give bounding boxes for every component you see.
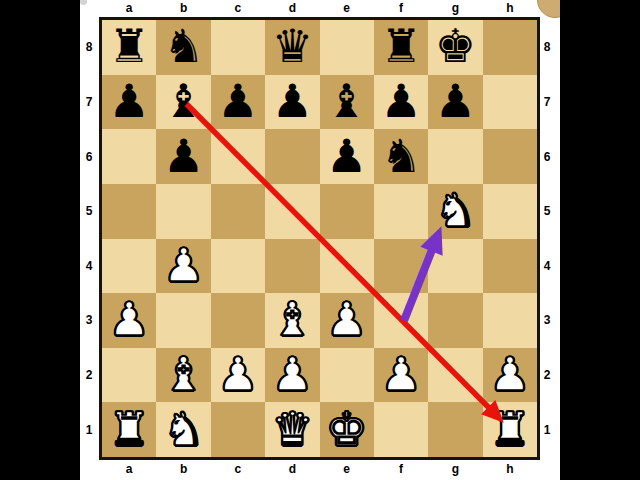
- file-label-g: g: [428, 462, 482, 476]
- square-h4[interactable]: [483, 239, 537, 294]
- black-bishop-e7[interactable]: ♝: [326, 78, 367, 124]
- file-label-d: d: [265, 462, 319, 476]
- square-b2[interactable]: ♝: [156, 348, 210, 403]
- black-pawn-d7[interactable]: ♟: [272, 78, 313, 124]
- letterbox-right: [560, 0, 640, 480]
- rank-label-1: 1: [82, 402, 96, 457]
- white-pawn-c2[interactable]: ♟: [217, 351, 258, 397]
- square-f6[interactable]: ♞: [374, 129, 428, 184]
- white-pawn-e3[interactable]: ♟: [326, 296, 367, 342]
- rank-label-7: 7: [82, 75, 96, 130]
- black-pawn-b6[interactable]: ♟: [163, 133, 204, 179]
- square-a8[interactable]: ♜: [102, 20, 156, 75]
- black-bishop-b7[interactable]: ♝: [163, 78, 204, 124]
- rank-label-5: 5: [540, 184, 554, 239]
- file-label-a: a: [102, 462, 156, 476]
- square-f2[interactable]: ♟: [374, 348, 428, 403]
- square-g5[interactable]: ♞: [428, 184, 482, 239]
- white-knight-b1[interactable]: ♞: [163, 406, 204, 452]
- square-f7[interactable]: ♟: [374, 75, 428, 130]
- square-f3[interactable]: [374, 293, 428, 348]
- white-rook-h1[interactable]: ♜: [489, 406, 530, 452]
- rank-label-8: 8: [540, 20, 554, 75]
- file-label-e: e: [320, 462, 374, 476]
- file-label-a: a: [102, 1, 156, 15]
- square-g2[interactable]: [428, 348, 482, 403]
- file-label-h: h: [483, 462, 537, 476]
- corner-dot-decoration: [80, 0, 87, 5]
- square-b1[interactable]: ♞: [156, 402, 210, 457]
- white-pawn-d2[interactable]: ♟: [272, 351, 313, 397]
- square-e7[interactable]: ♝: [320, 75, 374, 130]
- square-c7[interactable]: ♟: [211, 75, 265, 130]
- chess-board[interactable]: ♜♞♛♜♚♟♝♟♟♝♟♟♟♟♞♞♟♟♝♟♝♟♟♟♟♜♞♛♚♜: [102, 20, 537, 457]
- square-d7[interactable]: ♟: [265, 75, 319, 130]
- black-pawn-e6[interactable]: ♟: [326, 133, 367, 179]
- square-g1[interactable]: [428, 402, 482, 457]
- square-h1[interactable]: ♜: [483, 402, 537, 457]
- rank-label-5: 5: [82, 184, 96, 239]
- white-queen-d1[interactable]: ♛: [272, 406, 313, 452]
- square-e5[interactable]: [320, 184, 374, 239]
- white-pawn-f2[interactable]: ♟: [380, 351, 421, 397]
- file-labels-top: abcdefgh: [102, 1, 537, 15]
- file-label-f: f: [374, 1, 428, 15]
- file-label-b: b: [156, 462, 210, 476]
- square-c1[interactable]: [211, 402, 265, 457]
- square-a4[interactable]: [102, 239, 156, 294]
- square-g3[interactable]: [428, 293, 482, 348]
- square-f8[interactable]: ♜: [374, 20, 428, 75]
- square-d1[interactable]: ♛: [265, 402, 319, 457]
- square-a1[interactable]: ♜: [102, 402, 156, 457]
- square-c2[interactable]: ♟: [211, 348, 265, 403]
- square-b3[interactable]: [156, 293, 210, 348]
- board-frame: ♜♞♛♜♚♟♝♟♟♝♟♟♟♟♞♞♟♟♝♟♝♟♟♟♟♜♞♛♚♜: [99, 17, 540, 460]
- square-h6[interactable]: [483, 129, 537, 184]
- black-pawn-c7[interactable]: ♟: [217, 78, 258, 124]
- square-g4[interactable]: [428, 239, 482, 294]
- file-label-c: c: [211, 462, 265, 476]
- rank-label-3: 3: [540, 293, 554, 348]
- corner-circle-decoration: [537, 0, 560, 18]
- white-rook-a1[interactable]: ♜: [109, 406, 150, 452]
- square-d2[interactable]: ♟: [265, 348, 319, 403]
- rank-label-6: 6: [82, 129, 96, 184]
- square-e8[interactable]: [320, 20, 374, 75]
- rank-label-4: 4: [82, 239, 96, 294]
- rank-label-7: 7: [540, 75, 554, 130]
- letterbox-left: [0, 0, 80, 480]
- square-d8[interactable]: ♛: [265, 20, 319, 75]
- file-label-h: h: [483, 1, 537, 15]
- square-d4[interactable]: [265, 239, 319, 294]
- black-rook-a8[interactable]: ♜: [109, 23, 150, 69]
- square-c4[interactable]: [211, 239, 265, 294]
- square-c5[interactable]: [211, 184, 265, 239]
- square-a6[interactable]: [102, 129, 156, 184]
- square-e6[interactable]: ♟: [320, 129, 374, 184]
- file-label-e: e: [320, 1, 374, 15]
- square-g7[interactable]: ♟: [428, 75, 482, 130]
- file-label-b: b: [156, 1, 210, 15]
- black-knight-b8[interactable]: ♞: [163, 23, 204, 69]
- black-pawn-g7[interactable]: ♟: [435, 78, 476, 124]
- rank-labels-right: 87654321: [540, 20, 554, 457]
- black-queen-d8[interactable]: ♛: [272, 23, 313, 69]
- chess-app-stage: abcdefgh abcdefgh 87654321 87654321 ♜♞♛♜…: [80, 0, 560, 480]
- file-label-d: d: [265, 1, 319, 15]
- rank-label-3: 3: [82, 293, 96, 348]
- square-e2[interactable]: [320, 348, 374, 403]
- file-label-g: g: [428, 1, 482, 15]
- rank-label-4: 4: [540, 239, 554, 294]
- square-a7[interactable]: ♟: [102, 75, 156, 130]
- square-c6[interactable]: [211, 129, 265, 184]
- file-labels-bottom: abcdefgh: [102, 462, 537, 476]
- white-pawn-h2[interactable]: ♟: [489, 351, 530, 397]
- square-g6[interactable]: [428, 129, 482, 184]
- square-a2[interactable]: [102, 348, 156, 403]
- square-a5[interactable]: [102, 184, 156, 239]
- square-d5[interactable]: [265, 184, 319, 239]
- square-f4[interactable]: [374, 239, 428, 294]
- square-b6[interactable]: ♟: [156, 129, 210, 184]
- square-f1[interactable]: [374, 402, 428, 457]
- square-c8[interactable]: [211, 20, 265, 75]
- square-a3[interactable]: ♟: [102, 293, 156, 348]
- square-e4[interactable]: [320, 239, 374, 294]
- square-f5[interactable]: [374, 184, 428, 239]
- white-knight-g5[interactable]: ♞: [435, 187, 476, 233]
- square-d3[interactable]: ♝: [265, 293, 319, 348]
- white-pawn-b4[interactable]: ♟: [163, 242, 204, 288]
- black-king-g8[interactable]: ♚: [435, 23, 476, 69]
- square-b5[interactable]: [156, 184, 210, 239]
- square-h3[interactable]: [483, 293, 537, 348]
- white-bishop-b2[interactable]: ♝: [163, 351, 204, 397]
- white-pawn-a3[interactable]: ♟: [109, 296, 150, 342]
- rank-labels-left: 87654321: [82, 20, 96, 457]
- black-knight-f6[interactable]: ♞: [380, 133, 421, 179]
- square-g8[interactable]: ♚: [428, 20, 482, 75]
- video-frame: abcdefgh abcdefgh 87654321 87654321 ♜♞♛♜…: [0, 0, 640, 480]
- black-pawn-f7[interactable]: ♟: [380, 78, 421, 124]
- square-e3[interactable]: ♟: [320, 293, 374, 348]
- rank-label-8: 8: [82, 20, 96, 75]
- rank-label-2: 2: [540, 348, 554, 403]
- square-e1[interactable]: ♚: [320, 402, 374, 457]
- square-c3[interactable]: [211, 293, 265, 348]
- file-label-f: f: [374, 462, 428, 476]
- white-king-e1[interactable]: ♚: [326, 406, 367, 452]
- black-rook-f8[interactable]: ♜: [380, 23, 421, 69]
- rank-label-2: 2: [82, 348, 96, 403]
- square-h2[interactable]: ♟: [483, 348, 537, 403]
- rank-label-6: 6: [540, 129, 554, 184]
- black-pawn-a7[interactable]: ♟: [109, 78, 150, 124]
- square-b8[interactable]: ♞: [156, 20, 210, 75]
- square-b7[interactable]: ♝: [156, 75, 210, 130]
- file-label-c: c: [211, 1, 265, 15]
- white-bishop-d3[interactable]: ♝: [272, 296, 313, 342]
- square-d6[interactable]: [265, 129, 319, 184]
- square-h8[interactable]: [483, 20, 537, 75]
- square-h5[interactable]: [483, 184, 537, 239]
- square-h7[interactable]: [483, 75, 537, 130]
- rank-label-1: 1: [540, 402, 554, 457]
- square-b4[interactable]: ♟: [156, 239, 210, 294]
